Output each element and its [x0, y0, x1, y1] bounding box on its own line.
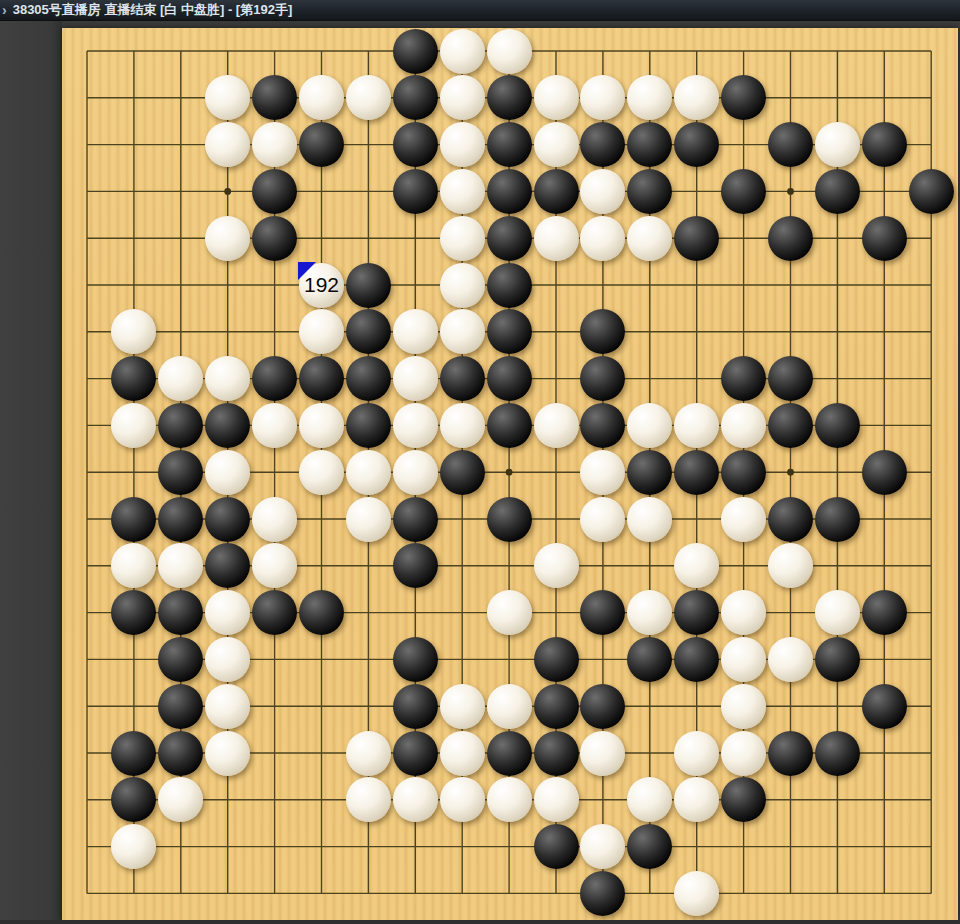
black-stone — [674, 450, 719, 495]
white-stone — [252, 122, 297, 167]
black-stone — [768, 122, 813, 167]
white-stone — [534, 75, 579, 120]
white-stone — [674, 403, 719, 448]
black-stone — [674, 122, 719, 167]
black-stone — [580, 871, 625, 916]
white-stone — [674, 871, 719, 916]
white-stone — [721, 684, 766, 729]
white-stone — [440, 75, 485, 120]
white-stone — [815, 122, 860, 167]
white-stone — [299, 450, 344, 495]
black-stone — [534, 637, 579, 682]
white-stone — [440, 731, 485, 776]
black-stone — [721, 169, 766, 214]
black-stone — [627, 637, 672, 682]
black-stone — [721, 356, 766, 401]
white-stone — [440, 263, 485, 308]
white-stone — [111, 403, 156, 448]
white-stone — [205, 450, 250, 495]
black-stone — [158, 684, 203, 729]
white-stone — [721, 497, 766, 542]
star-point — [224, 188, 231, 195]
white-stone — [580, 731, 625, 776]
white-stone — [393, 356, 438, 401]
black-stone — [534, 684, 579, 729]
black-stone — [440, 356, 485, 401]
white-stone — [534, 543, 579, 588]
black-stone — [393, 543, 438, 588]
white-stone — [580, 450, 625, 495]
black-stone — [862, 684, 907, 729]
white-stone — [721, 590, 766, 635]
white-stone — [393, 777, 438, 822]
black-stone — [815, 169, 860, 214]
star-point — [506, 469, 513, 476]
black-stone — [111, 497, 156, 542]
white-stone — [534, 216, 579, 261]
white-stone — [440, 684, 485, 729]
white-stone — [487, 590, 532, 635]
white-stone — [346, 497, 391, 542]
black-stone — [862, 122, 907, 167]
white-stone — [487, 777, 532, 822]
black-stone — [252, 590, 297, 635]
black-stone — [393, 637, 438, 682]
black-stone — [815, 637, 860, 682]
white-stone — [440, 403, 485, 448]
goban[interactable]: 192 — [62, 28, 958, 920]
white-stone — [534, 122, 579, 167]
black-stone — [346, 263, 391, 308]
bottom-strip — [0, 920, 960, 924]
white-stone — [252, 497, 297, 542]
star-point — [787, 188, 794, 195]
black-stone — [862, 590, 907, 635]
black-stone — [440, 450, 485, 495]
white-stone — [346, 731, 391, 776]
black-stone — [346, 356, 391, 401]
star-point — [787, 469, 794, 476]
last-move-flag-icon — [298, 262, 316, 280]
black-stone — [534, 169, 579, 214]
white-stone — [721, 403, 766, 448]
white-stone — [205, 637, 250, 682]
title-bar: › 38305号直播房 直播结束 [白 中盘胜] - [第192手] — [0, 0, 960, 21]
black-stone — [768, 216, 813, 261]
black-stone — [158, 403, 203, 448]
white-stone — [580, 216, 625, 261]
white-stone — [440, 122, 485, 167]
white-stone — [299, 75, 344, 120]
black-stone — [862, 450, 907, 495]
black-stone — [487, 356, 532, 401]
black-stone — [252, 169, 297, 214]
white-stone — [768, 637, 813, 682]
black-stone — [252, 216, 297, 261]
black-stone — [487, 731, 532, 776]
black-stone — [393, 684, 438, 729]
black-stone — [205, 403, 250, 448]
black-stone — [487, 169, 532, 214]
black-stone — [111, 731, 156, 776]
black-stone — [768, 403, 813, 448]
black-stone — [393, 75, 438, 120]
white-stone — [440, 29, 485, 74]
white-stone — [580, 497, 625, 542]
black-stone — [252, 356, 297, 401]
white-stone — [440, 169, 485, 214]
white-stone — [205, 356, 250, 401]
black-stone — [487, 122, 532, 167]
white-stone — [534, 403, 579, 448]
black-stone — [487, 497, 532, 542]
white-stone — [440, 309, 485, 354]
black-stone — [487, 216, 532, 261]
black-stone — [487, 263, 532, 308]
black-stone — [487, 75, 532, 120]
white-stone — [487, 29, 532, 74]
black-stone — [721, 450, 766, 495]
black-stone — [393, 122, 438, 167]
black-stone — [299, 590, 344, 635]
white-stone — [534, 777, 579, 822]
white-stone — [487, 684, 532, 729]
black-stone — [674, 216, 719, 261]
white-stone — [205, 731, 250, 776]
black-stone — [768, 731, 813, 776]
black-stone — [393, 731, 438, 776]
black-stone — [393, 29, 438, 74]
white-stone — [627, 497, 672, 542]
black-stone — [487, 403, 532, 448]
black-stone — [580, 403, 625, 448]
black-stone — [534, 731, 579, 776]
white-stone — [346, 450, 391, 495]
white-stone — [346, 777, 391, 822]
black-stone — [768, 497, 813, 542]
white-stone — [346, 75, 391, 120]
white-stone — [768, 543, 813, 588]
black-stone — [862, 216, 907, 261]
white-stone — [299, 403, 344, 448]
black-stone — [815, 731, 860, 776]
white-stone — [440, 216, 485, 261]
black-stone — [299, 356, 344, 401]
black-stone — [393, 169, 438, 214]
white-stone — [205, 590, 250, 635]
black-stone — [346, 309, 391, 354]
black-stone — [815, 403, 860, 448]
black-stone — [674, 590, 719, 635]
black-stone — [909, 169, 954, 214]
white-stone — [721, 731, 766, 776]
white-stone — [627, 403, 672, 448]
black-stone — [768, 356, 813, 401]
white-stone — [674, 731, 719, 776]
white-stone — [721, 637, 766, 682]
left-sidebar — [0, 21, 62, 924]
black-stone — [815, 497, 860, 542]
white-stone — [627, 216, 672, 261]
white-stone — [440, 777, 485, 822]
white-stone — [299, 309, 344, 354]
white-stone — [252, 403, 297, 448]
black-stone — [534, 824, 579, 869]
white-stone — [393, 403, 438, 448]
black-stone — [346, 403, 391, 448]
black-stone — [487, 309, 532, 354]
black-stone — [205, 497, 250, 542]
white-stone — [205, 684, 250, 729]
white-stone — [393, 309, 438, 354]
black-stone — [580, 684, 625, 729]
black-stone — [627, 450, 672, 495]
white-stone — [205, 122, 250, 167]
white-stone — [205, 216, 250, 261]
black-stone — [158, 450, 203, 495]
room-title: 38305号直播房 直播结束 [白 中盘胜] - [第192手] — [13, 1, 293, 19]
black-stone — [158, 731, 203, 776]
black-stone — [299, 122, 344, 167]
black-stone — [158, 497, 203, 542]
black-stone — [627, 169, 672, 214]
expand-arrow-icon[interactable]: › — [2, 1, 7, 19]
white-stone — [580, 169, 625, 214]
black-stone — [674, 637, 719, 682]
white-stone — [393, 450, 438, 495]
black-stone — [158, 637, 203, 682]
black-stone — [393, 497, 438, 542]
white-stone — [815, 590, 860, 635]
